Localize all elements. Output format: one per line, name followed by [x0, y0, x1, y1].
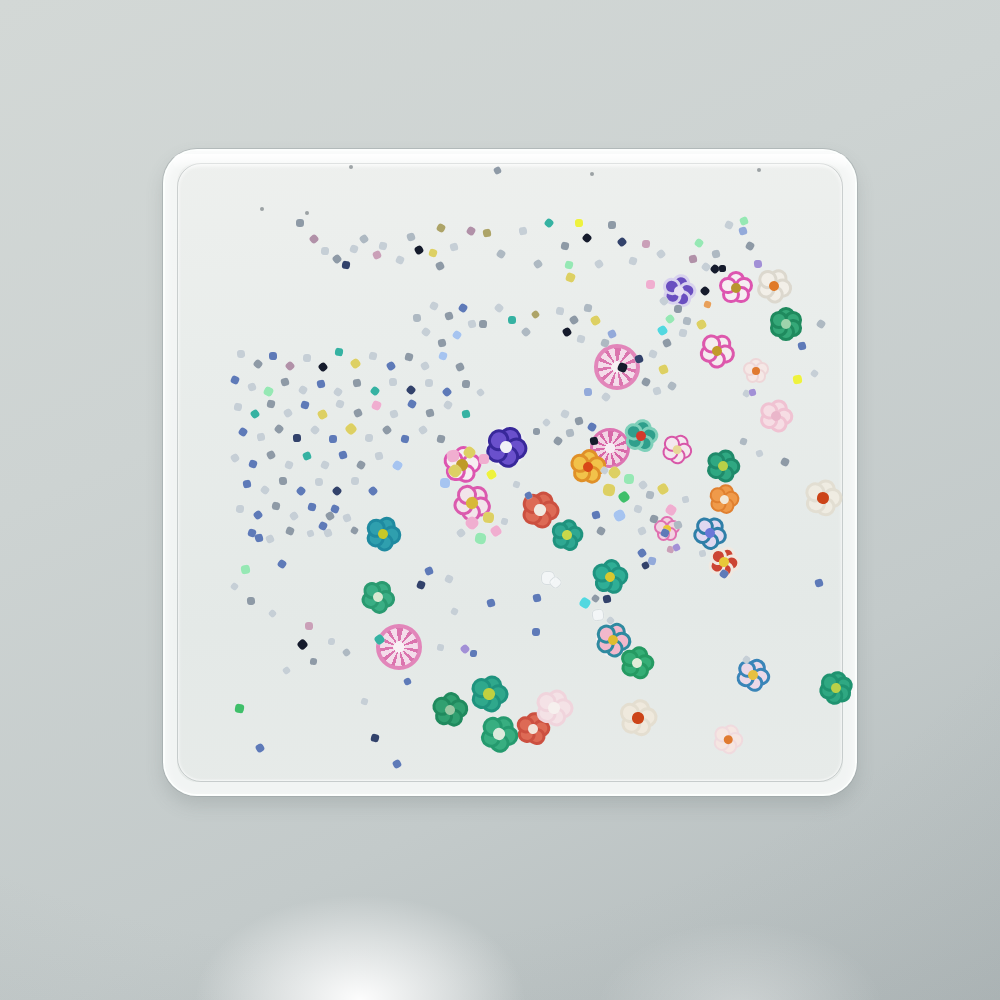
glitter-particle	[641, 377, 652, 388]
flower-slice	[615, 695, 661, 741]
glitter-particle	[417, 424, 428, 435]
glitter-particle	[360, 697, 369, 706]
glitter-particle	[583, 303, 592, 312]
glitter-particle	[413, 314, 422, 323]
glitter-particle	[267, 608, 277, 618]
glitter-particle	[814, 578, 824, 588]
glitter-particle	[500, 517, 508, 525]
glitter-particle	[667, 381, 678, 392]
glitter-particle	[248, 459, 258, 469]
glitter-particle	[754, 260, 763, 269]
glitter-particle	[664, 313, 675, 324]
glitter-particle	[698, 549, 706, 557]
glitter-particle	[440, 478, 450, 488]
glitter-particle	[556, 307, 565, 316]
glitter-particle	[475, 387, 485, 397]
glitter-particle	[489, 524, 503, 538]
glitter-particle	[257, 433, 266, 442]
glitter-particle	[678, 328, 688, 338]
glitter-particle	[739, 216, 749, 226]
glitter-particle	[482, 511, 494, 523]
glitter-particle	[695, 318, 707, 330]
glitter-particle	[367, 485, 378, 496]
glitter-particle	[530, 309, 540, 319]
flower-slice	[708, 719, 748, 759]
glitter-particle	[429, 301, 440, 312]
glitter-particle	[482, 228, 491, 237]
dust-speck	[590, 172, 594, 176]
glitter-particle	[584, 388, 593, 397]
glitter-particle	[247, 382, 257, 392]
radial-flower-slice	[376, 624, 422, 670]
glitter-particle	[797, 341, 807, 351]
glitter-particle	[590, 593, 600, 603]
flower-slice	[719, 271, 753, 305]
glitter-particle	[356, 460, 367, 471]
glitter-particle	[655, 248, 666, 259]
glitter-particle	[612, 508, 627, 523]
glitter-particle	[331, 253, 342, 264]
glitter-particle	[236, 505, 245, 514]
glitter-particle	[589, 314, 601, 326]
glitter-particle	[532, 258, 543, 269]
flower-slice	[616, 642, 658, 684]
glitter-particle	[240, 564, 250, 574]
glitter-particle	[352, 378, 361, 387]
glitter-particle	[358, 233, 369, 244]
glitter-particle	[532, 593, 542, 603]
glitter-particle	[305, 622, 313, 630]
glitter-particle	[249, 408, 260, 419]
glitter-particle	[374, 451, 384, 461]
glitter-particle	[230, 453, 241, 464]
glitter-particle	[276, 558, 287, 569]
glitter-particle	[406, 232, 416, 242]
glitter-particle	[455, 362, 466, 373]
glitter-particle	[520, 326, 531, 337]
glitter-particle	[738, 226, 748, 236]
glitter-particle	[645, 490, 654, 499]
glitter-particle	[533, 428, 540, 435]
glitter-particle	[624, 474, 635, 485]
glitter-particle	[552, 435, 563, 446]
glitter-particle	[425, 379, 433, 387]
glitter-particle	[368, 351, 377, 360]
glitter-particle	[633, 504, 643, 514]
glitter-particle	[465, 225, 476, 236]
glitter-particle	[564, 271, 576, 283]
glitter-particle	[405, 384, 416, 395]
glitter-particle	[317, 361, 328, 372]
glitter-particle	[574, 416, 584, 426]
glitter-particle	[303, 354, 311, 362]
glitter-particle	[266, 450, 277, 461]
glitter-particle	[645, 279, 654, 288]
glitter-particle	[372, 250, 382, 260]
glitter-particle	[285, 526, 295, 536]
glitter-particle	[435, 261, 446, 272]
glitter-particle	[280, 377, 290, 387]
glitter-particle	[284, 460, 294, 470]
glitter-particle	[242, 479, 251, 488]
dust-speck	[349, 165, 353, 169]
glitter-particle	[564, 260, 574, 270]
glitter-particle	[293, 434, 301, 442]
glitter-particle	[266, 399, 275, 408]
glitter-particle	[656, 482, 670, 496]
glitter-particle	[338, 450, 348, 460]
glitter-particle	[578, 596, 592, 610]
glitter-particle	[748, 388, 756, 396]
glitter-particle	[718, 264, 725, 271]
glitter-particle	[642, 240, 651, 249]
flower-slice	[769, 307, 803, 341]
glitter-particle	[288, 510, 299, 521]
glitter-particle	[561, 326, 572, 337]
glitter-particle	[815, 318, 826, 329]
glitter-particle	[560, 241, 569, 250]
glitter-particle	[591, 510, 601, 520]
glitter-particle	[600, 391, 611, 402]
glitter-particle	[342, 513, 352, 523]
glitter-particle	[265, 534, 276, 545]
glitter-particle	[493, 302, 504, 313]
glitter-particle	[316, 379, 325, 388]
glitter-particle	[780, 457, 791, 468]
glitter-particle	[688, 254, 697, 263]
glitter-particle	[296, 638, 309, 651]
glitter-particle	[792, 374, 802, 384]
glitter-particle	[247, 597, 256, 606]
glitter-particle	[485, 468, 497, 480]
glitter-particle	[335, 399, 345, 409]
glitter-particle	[594, 259, 605, 270]
glitter-particle	[331, 485, 342, 496]
glitter-particle	[269, 352, 277, 360]
flower-slice	[621, 416, 661, 456]
dust-speck	[305, 211, 309, 215]
glitter-particle	[349, 357, 362, 370]
glitter-particle	[674, 305, 683, 314]
glitter-particle	[391, 459, 403, 471]
glitter-particle	[414, 245, 425, 256]
glitter-particle	[262, 385, 274, 397]
glitter-particle	[711, 249, 721, 259]
glitter-particle	[308, 233, 319, 244]
glitter-particle	[332, 386, 343, 397]
flower-slice	[430, 690, 471, 731]
flower-slice	[589, 556, 631, 598]
glitter-particle	[455, 527, 466, 538]
glitter-particle	[449, 606, 459, 616]
glitter-particle	[602, 483, 616, 497]
glitter-particle	[543, 217, 554, 228]
glitter-particle	[370, 399, 382, 411]
glitter-particle	[745, 241, 756, 252]
glitter-particle	[532, 628, 540, 636]
photo-of-resin-coaster	[0, 0, 1000, 1000]
glitter-particle	[271, 501, 280, 510]
glitter-particle	[300, 400, 310, 410]
coaster-contents	[165, 151, 855, 794]
glitter-particle	[259, 484, 270, 495]
glitter-particle	[602, 594, 611, 603]
glitter-particle	[296, 219, 304, 227]
glitter-particle	[724, 220, 735, 231]
glitter-particle	[335, 348, 344, 357]
glitter-particle	[302, 451, 312, 461]
flower-slice	[657, 429, 698, 470]
glitter-particle	[587, 422, 598, 433]
glitter-particle	[681, 495, 689, 503]
glitter-particle	[420, 361, 431, 372]
glitter-particle	[581, 232, 592, 243]
glitter-particle	[442, 399, 453, 410]
glitter-particle	[341, 647, 351, 657]
glitter-particle	[385, 360, 396, 371]
glitter-particle	[479, 320, 487, 328]
glitter-particle	[492, 165, 501, 174]
glitter-particle	[451, 329, 462, 340]
glitter-particle	[444, 574, 455, 585]
glitter-particle	[568, 314, 579, 325]
glitter-particle	[416, 580, 426, 590]
flower-slice	[359, 510, 407, 558]
glitter-particle	[327, 637, 334, 644]
glitter-particle	[349, 525, 359, 535]
glitter-particle	[237, 426, 248, 437]
soft-reflection	[560, 900, 920, 1000]
glitter-particle	[407, 399, 418, 410]
glitter-particle	[389, 409, 399, 419]
glitter-particle	[315, 478, 323, 486]
flower-slice	[355, 574, 401, 620]
glitter-particle	[365, 434, 374, 443]
glitter-particle	[252, 358, 263, 369]
glitter-particle	[479, 454, 490, 465]
flash-glare	[140, 860, 580, 1000]
glitter-particle	[436, 223, 447, 234]
glitter-particle	[703, 300, 712, 309]
flower-slice	[743, 358, 769, 384]
glitter-particle	[395, 255, 406, 266]
clear-resin-coaster	[163, 149, 857, 796]
glitter-particle	[400, 434, 409, 443]
glitter-particle	[648, 349, 658, 359]
glitter-particle	[596, 526, 607, 537]
glitter-particle	[298, 385, 309, 396]
glitter-particle	[284, 360, 295, 371]
dust-speck	[260, 207, 264, 211]
glitter-particle	[234, 703, 245, 714]
glitter-particle	[575, 219, 583, 227]
glitter-particle	[370, 733, 380, 743]
glitter-particle	[341, 260, 350, 269]
glitter-particle	[424, 566, 434, 576]
glitter-particle	[233, 402, 242, 411]
glitter-particle	[378, 241, 387, 250]
glitter-particle	[254, 533, 264, 543]
glitter-particle	[425, 408, 435, 418]
glitter-particle	[307, 502, 317, 512]
glitter-particle	[634, 354, 644, 364]
glitter-particle	[462, 380, 471, 389]
glitter-particle	[458, 303, 469, 314]
glitter-particle	[673, 520, 683, 530]
glitter-particle	[428, 248, 438, 258]
glitter-particle	[616, 236, 627, 247]
glitter-particle	[662, 338, 673, 349]
glitter-particle	[486, 598, 496, 608]
glitter-particle	[420, 326, 431, 337]
glitter-particle	[693, 237, 704, 248]
glitter-particle	[320, 460, 331, 471]
glitter-particle	[306, 529, 315, 538]
glitter-particle	[637, 526, 647, 536]
glitter-particle	[402, 676, 411, 685]
glitter-particle	[316, 408, 328, 420]
glitter-particle	[441, 386, 452, 397]
glitter-particle	[281, 665, 291, 675]
glitter-particle	[444, 311, 454, 321]
glitter-particle	[608, 221, 616, 229]
glitter-particle	[656, 324, 668, 336]
glitter-particle	[560, 409, 571, 420]
glitter-particle	[565, 428, 574, 437]
glitter-particle	[809, 368, 819, 378]
flower-slice	[749, 261, 798, 310]
dust-speck	[757, 168, 761, 172]
glitter-particle	[438, 351, 448, 361]
glitter-particle	[591, 608, 604, 621]
glitter-particle	[404, 352, 414, 362]
glitter-particle	[436, 643, 444, 651]
glitter-particle	[353, 408, 363, 418]
glitter-particle	[437, 338, 446, 347]
glitter-particle	[467, 319, 477, 329]
glitter-particle	[519, 227, 528, 236]
glitter-particle	[607, 329, 618, 340]
glitter-particle	[369, 385, 380, 396]
glitter-particle	[512, 480, 521, 489]
glitter-particle	[652, 386, 662, 396]
glitter-particle	[279, 477, 288, 486]
glitter-particle	[617, 490, 631, 504]
glitter-particle	[508, 316, 516, 324]
glitter-particle	[381, 424, 392, 435]
flower-slice	[478, 419, 534, 475]
glitter-particle	[237, 350, 246, 359]
flower-slice	[701, 444, 745, 488]
glitter-particle	[699, 285, 710, 296]
glitter-particle	[628, 256, 638, 266]
glitter-particle	[657, 363, 669, 375]
glitter-particle	[389, 378, 398, 387]
glitter-particle	[541, 417, 551, 427]
glitter-particle	[636, 547, 647, 558]
glitter-particle	[469, 649, 477, 657]
glitter-particle	[349, 244, 359, 254]
flower-slice	[799, 474, 847, 522]
flower-slice	[548, 516, 587, 555]
glitter-particle	[321, 247, 330, 256]
glitter-particle	[446, 449, 459, 462]
glitter-particle	[344, 422, 358, 436]
glitter-particle	[682, 316, 691, 325]
glitter-particle	[351, 477, 359, 485]
glitter-particle	[295, 485, 306, 496]
glitter-particle	[309, 424, 320, 435]
glitter-particle	[576, 334, 586, 344]
glitter-particle	[392, 759, 403, 770]
flower-slice	[754, 394, 798, 438]
glitter-particle	[283, 408, 294, 419]
glitter-particle	[309, 657, 317, 665]
glitter-particle	[461, 409, 470, 418]
glitter-particle	[755, 449, 764, 458]
glitter-particle	[738, 436, 747, 445]
glitter-particle	[252, 509, 263, 520]
glitter-particle	[637, 479, 648, 490]
glitter-particle	[474, 532, 487, 545]
glitter-particle	[436, 434, 446, 444]
glitter-particle	[254, 742, 265, 753]
flower-slice	[816, 668, 856, 708]
glitter-particle	[229, 581, 239, 591]
glitter-particle	[449, 242, 459, 252]
glitter-particle	[329, 435, 337, 443]
flower-slice	[692, 326, 742, 376]
glitter-particle	[495, 248, 506, 259]
flower-slice	[730, 652, 776, 698]
glitter-particle	[230, 375, 240, 385]
glitter-particle	[273, 423, 284, 434]
glitter-particle	[664, 503, 678, 517]
